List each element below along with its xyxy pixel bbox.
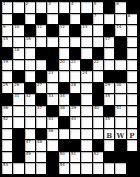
cell-r0-c11-black: [127, 2, 138, 14]
cell-r12-c1-black: [13, 140, 24, 152]
cell-r7-c11[interactable]: [127, 83, 138, 95]
clue-number: 25: [3, 83, 8, 88]
clue-number: 13: [82, 25, 87, 30]
cell-r0-c6[interactable]: 4: [70, 2, 81, 14]
cell-r12-c3[interactable]: 48: [36, 140, 47, 152]
cell-r14-c1[interactable]: [13, 163, 24, 175]
cell-r7-c8-black: [93, 83, 104, 95]
clue-number: 35: [105, 94, 110, 99]
cell-r7-c5-black: [59, 83, 70, 95]
clue-number: 46: [48, 129, 53, 134]
cell-r9-c2[interactable]: [25, 106, 36, 118]
clue-number: 3: [48, 2, 51, 7]
cell-r6-c5[interactable]: [59, 71, 70, 83]
clue-number: 52: [94, 152, 99, 157]
clue-number: 40: [94, 106, 99, 111]
clue-number: 19: [3, 60, 8, 65]
cell-r2-c9-black: [104, 25, 115, 37]
cell-r2-c1[interactable]: 10: [13, 25, 24, 37]
cell-r1-c9[interactable]: [104, 14, 115, 26]
clue-number: 34: [60, 94, 65, 99]
cell-r3-c2[interactable]: 16: [25, 37, 36, 49]
cell-r7-c9[interactable]: 29: [104, 83, 115, 95]
cell-r14-c0[interactable]: 53: [2, 163, 13, 175]
clue-number: 4: [71, 2, 74, 7]
cell-r4-c8-black: [93, 48, 104, 60]
cell-r5-c6[interactable]: 21: [70, 60, 81, 72]
cell-r11-c8[interactable]: [93, 129, 104, 141]
cell-r9-c0[interactable]: 36: [2, 106, 13, 118]
clue-number: 33: [48, 94, 53, 99]
clue-number: 12: [60, 25, 65, 30]
cell-r12-c8-black: [93, 140, 104, 152]
cell-r6-c6[interactable]: [70, 71, 81, 83]
cell-r6-c2[interactable]: [25, 71, 36, 83]
cell-r4-c9[interactable]: [104, 48, 115, 60]
cell-r1-c7-black: [81, 14, 92, 26]
cell-r2-c4-black: [47, 25, 58, 37]
clue-number: 51: [71, 152, 76, 157]
cell-r2-c11[interactable]: [127, 25, 138, 37]
clue-number: 49: [26, 152, 31, 157]
cell-r7-c2-black: [25, 83, 36, 95]
cell-r11-c5[interactable]: [59, 129, 70, 141]
cell-r9-c9-black: [104, 106, 115, 118]
cell-r1-c0[interactable]: [2, 14, 13, 26]
cell-r2-c10[interactable]: 14: [115, 25, 126, 37]
clue-number: 43: [48, 117, 53, 122]
cell-r10-c1[interactable]: [13, 117, 24, 129]
cell-r2-c8[interactable]: [93, 25, 104, 37]
cell-r2-c6-black: [70, 25, 81, 37]
clue-number: 18: [14, 48, 19, 53]
cell-r6-c0[interactable]: [2, 71, 13, 83]
cell-r0-c9-black: [104, 2, 115, 14]
cell-r9-c4-black: [47, 106, 58, 118]
cell-r1-c8[interactable]: 7: [93, 14, 104, 26]
clue-number: 20: [60, 60, 65, 65]
clue-number: 23: [48, 71, 53, 76]
cell-r11-c7[interactable]: [81, 129, 92, 141]
clue-number: 7: [94, 14, 97, 19]
cell-r5-c3[interactable]: [36, 60, 47, 72]
cell-r10-c11[interactable]: [127, 117, 138, 129]
clue-number: 50: [60, 152, 65, 157]
cell-r4-c5[interactable]: [59, 48, 70, 60]
cell-r9-c1[interactable]: [13, 106, 24, 118]
cell-r14-c6[interactable]: [70, 163, 81, 175]
cell-r12-c11[interactable]: [127, 140, 138, 152]
cell-r3-c4[interactable]: [47, 37, 58, 49]
cell-r6-c11[interactable]: [127, 71, 138, 83]
cell-r5-c8[interactable]: 22: [93, 60, 104, 72]
clue-number: 28: [71, 83, 76, 88]
cell-r6-c1-black: [13, 71, 24, 83]
cell-r3-c7[interactable]: [81, 37, 92, 49]
cell-r11-c9[interactable]: B: [104, 129, 115, 141]
clue-number: 11: [37, 25, 42, 30]
cell-r13-c1-black: [13, 152, 24, 164]
cell-r12-c7[interactable]: [81, 140, 92, 152]
clue-number: 45: [105, 117, 110, 122]
cell-r13-c9-black: [104, 152, 115, 164]
cell-letter: W: [115, 129, 125, 140]
cell-r8-c5[interactable]: 34: [59, 94, 70, 106]
clue-number: 38: [60, 106, 65, 111]
cell-r7-c0[interactable]: 25: [2, 83, 13, 95]
cell-letter: P: [127, 129, 137, 140]
cell-r10-c6[interactable]: 44: [70, 117, 81, 129]
cell-r13-c8[interactable]: 52: [93, 152, 104, 164]
cell-letter: B: [104, 129, 114, 140]
cell-r4-c6-black: [70, 48, 81, 60]
cell-r10-c8[interactable]: [93, 117, 104, 129]
cell-r5-c5[interactable]: 20: [59, 60, 70, 72]
cell-r4-c3-black: [36, 48, 47, 60]
cell-r12-c0[interactable]: [2, 140, 13, 152]
cell-r4-c7[interactable]: [81, 48, 92, 60]
cell-r0-c3[interactable]: [36, 2, 47, 14]
cell-r3-c8[interactable]: [93, 37, 104, 49]
cell-r13-c11-black: [127, 152, 138, 164]
clue-number: 30: [116, 83, 121, 88]
cell-r8-c6-black: [70, 94, 81, 106]
cell-r12-c4[interactable]: [47, 140, 58, 152]
cell-r3-c9[interactable]: 17: [104, 37, 115, 49]
cell-r13-c10-black: [115, 152, 126, 164]
clue-number: 48: [37, 140, 42, 145]
cell-r14-c8[interactable]: [93, 163, 104, 175]
clue-number: 21: [71, 60, 76, 65]
cell-r14-c5[interactable]: 54: [59, 163, 70, 175]
cell-r6-c9-black: [104, 71, 115, 83]
clue-number: 1: [3, 2, 6, 7]
clue-number: 41: [116, 106, 121, 111]
cell-r8-c9[interactable]: 35: [104, 94, 115, 106]
cell-r10-c2[interactable]: [25, 117, 36, 129]
cell-r3-c0[interactable]: 15: [2, 37, 13, 49]
clue-number: 17: [105, 37, 110, 42]
clue-number: 16: [26, 37, 31, 42]
cell-r7-c4[interactable]: [47, 83, 58, 95]
cell-r13-c0[interactable]: [2, 152, 13, 164]
cell-r4-c4-black: [47, 48, 58, 60]
cell-r9-c8[interactable]: 40: [93, 106, 104, 118]
clue-number: 22: [94, 60, 99, 65]
clue-number: 27: [37, 83, 42, 88]
cell-r13-c2[interactable]: 49: [25, 152, 36, 164]
cell-r0-c10[interactable]: 6: [115, 2, 126, 14]
cell-r8-c1[interactable]: 31: [13, 94, 24, 106]
cell-r2-c7[interactable]: 13: [81, 25, 92, 37]
cell-r7-c1[interactable]: 26: [13, 83, 24, 95]
cell-r13-c5[interactable]: 50: [59, 152, 70, 164]
cell-r12-c10-black: [115, 140, 126, 152]
cell-r10-c7[interactable]: [81, 117, 92, 129]
cell-r14-c11-black: [127, 163, 138, 175]
cell-r12-c2[interactable]: 47: [25, 140, 36, 152]
cell-r11-c10[interactable]: W: [115, 129, 126, 141]
cell-r1-c5-black: [59, 14, 70, 26]
clue-number: 9: [3, 25, 6, 30]
cell-r3-c10-black: [115, 37, 126, 49]
clue-number: 26: [14, 83, 19, 88]
clue-number: 42: [3, 117, 8, 122]
cell-r8-c4[interactable]: 33: [47, 94, 58, 106]
cell-r5-c2[interactable]: [25, 60, 36, 72]
cell-r5-c4-black: [47, 60, 58, 72]
cell-r1-c2[interactable]: [25, 14, 36, 26]
cell-r6-c3-black: [36, 71, 47, 83]
cell-r14-c7[interactable]: [81, 163, 92, 175]
cell-r1-c3-black: [36, 14, 47, 26]
cell-r14-c2[interactable]: [25, 163, 36, 175]
clue-number: 8: [128, 14, 131, 19]
cell-r11-c4[interactable]: 46: [47, 129, 58, 141]
clue-number: 10: [14, 25, 19, 30]
cell-r1-c11[interactable]: 8: [127, 14, 138, 26]
cell-r14-c10[interactable]: [115, 163, 126, 175]
cell-r13-c7[interactable]: [81, 152, 92, 164]
cell-r13-c4-black: [47, 152, 58, 164]
crossword-board: 1234567891011121314151617181920212223242…: [0, 0, 140, 177]
cell-r11-c2[interactable]: [25, 129, 36, 141]
cell-r5-c11[interactable]: [127, 60, 138, 72]
cell-r6-c7[interactable]: 24: [81, 71, 92, 83]
clue-number: 6: [116, 2, 119, 7]
cell-r7-c6[interactable]: 28: [70, 83, 81, 95]
clue-number: 14: [116, 25, 121, 30]
cell-r6-c8[interactable]: [93, 71, 104, 83]
cell-r0-c2[interactable]: 2: [25, 2, 36, 14]
cell-r12-c6-black: [70, 140, 81, 152]
cell-r0-c1[interactable]: [13, 2, 24, 14]
cell-r8-c2[interactable]: 32: [25, 94, 36, 106]
cell-r11-c1-black: [13, 129, 24, 141]
cell-r14-c4-black: [47, 163, 58, 175]
clue-number: 15: [3, 37, 8, 42]
cell-r3-c6[interactable]: [70, 37, 81, 49]
cell-r14-c3[interactable]: [36, 163, 47, 175]
cell-r8-c10[interactable]: [115, 94, 126, 106]
cell-r2-c3[interactable]: 11: [36, 25, 47, 37]
clue-number: 54: [60, 163, 65, 168]
clue-number: 32: [26, 94, 31, 99]
cell-r5-c10[interactable]: [115, 60, 126, 72]
cell-r13-c6[interactable]: 51: [70, 152, 81, 164]
cell-r4-c2[interactable]: [25, 48, 36, 60]
cell-r3-c11[interactable]: [127, 37, 138, 49]
cell-r12-c5-black: [59, 140, 70, 152]
clue-number: 39: [71, 106, 76, 111]
cell-r6-c4[interactable]: 23: [47, 71, 58, 83]
cell-r5-c0[interactable]: 19: [2, 60, 13, 72]
cell-r9-c3[interactable]: 37: [36, 106, 47, 118]
cell-r9-c10[interactable]: 41: [115, 106, 126, 118]
cell-r3-c1[interactable]: [13, 37, 24, 49]
cell-r8-c7[interactable]: [81, 94, 92, 106]
cell-r4-c0-black: [2, 48, 13, 60]
cell-r2-c2-black: [25, 25, 36, 37]
cell-r10-c5-black: [59, 117, 70, 129]
cell-r6-c10-black: [115, 71, 126, 83]
clue-number: 31: [14, 94, 19, 99]
cell-r10-c10[interactable]: [115, 117, 126, 129]
cell-r10-c9[interactable]: 45: [104, 117, 115, 129]
cell-r1-c10[interactable]: [115, 14, 126, 26]
clue-number: 36: [3, 106, 8, 111]
cell-r5-c7-black: [81, 60, 92, 72]
cell-r0-c8[interactable]: 5: [93, 2, 104, 14]
cell-r9-c11[interactable]: [127, 106, 138, 118]
clue-number: 5: [94, 2, 97, 7]
clue-number: 24: [82, 71, 87, 76]
cell-r2-c0[interactable]: 9: [2, 25, 13, 37]
cell-r4-c11[interactable]: [127, 48, 138, 60]
cell-r7-c3[interactable]: 27: [36, 83, 47, 95]
cell-r0-c4[interactable]: 3: [47, 2, 58, 14]
cell-r9-c6[interactable]: 39: [70, 106, 81, 118]
cell-r14-c9[interactable]: [104, 163, 115, 175]
cell-r0-c7[interactable]: [81, 2, 92, 14]
cell-r8-c0-black: [2, 94, 13, 106]
cell-r4-c10-black: [115, 48, 126, 60]
cell-r9-c7[interactable]: [81, 106, 92, 118]
cell-r1-c4[interactable]: [47, 14, 58, 26]
cell-r4-c1[interactable]: 18: [13, 48, 24, 60]
cell-r9-c5[interactable]: 38: [59, 106, 70, 118]
cell-r8-c8-black: [93, 94, 104, 106]
clue-number: 29: [105, 83, 110, 88]
cell-r3-c3[interactable]: [36, 37, 47, 49]
cell-r11-c11[interactable]: P: [127, 129, 138, 141]
cell-r5-c1[interactable]: [13, 60, 24, 72]
cell-r7-c10[interactable]: 30: [115, 83, 126, 95]
cell-r1-c6[interactable]: [70, 14, 81, 26]
cell-r7-c7[interactable]: [81, 83, 92, 95]
cell-r1-c1-black: [13, 14, 24, 26]
cell-r12-c9[interactable]: [104, 140, 115, 152]
cell-r8-c11[interactable]: [127, 94, 138, 106]
cell-r3-c5[interactable]: [59, 37, 70, 49]
cell-r11-c3-black: [36, 129, 47, 141]
cell-r0-c0[interactable]: 1: [2, 2, 13, 14]
cell-r11-c0[interactable]: [2, 129, 13, 141]
clue-number: 47: [26, 140, 31, 145]
cell-r11-c6[interactable]: [70, 129, 81, 141]
cell-r2-c5[interactable]: 12: [59, 25, 70, 37]
clue-number: 53: [3, 163, 8, 168]
cell-r8-c3-black: [36, 94, 47, 106]
cell-r0-c5[interactable]: [59, 2, 70, 14]
cell-r10-c0[interactable]: 42: [2, 117, 13, 129]
cell-r10-c4[interactable]: 43: [47, 117, 58, 129]
clue-number: 44: [71, 117, 76, 122]
clue-number: 37: [37, 106, 42, 111]
cell-r5-c9[interactable]: [104, 60, 115, 72]
clue-number: 2: [26, 2, 29, 7]
cell-r13-c3[interactable]: [36, 152, 47, 164]
cell-r10-c3[interactable]: [36, 117, 47, 129]
